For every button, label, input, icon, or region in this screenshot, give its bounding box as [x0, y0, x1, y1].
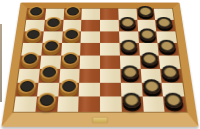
dark-piece-top-inlay	[142, 54, 156, 64]
square-r1c4[interactable]	[100, 20, 119, 31]
square-r5c5[interactable]	[120, 69, 141, 83]
square-r7c5[interactable]	[121, 97, 143, 112]
square-r6c2[interactable]	[58, 82, 80, 96]
square-r2c2[interactable]	[62, 31, 82, 43]
checker-light-piece[interactable]	[24, 28, 42, 40]
checker-light-piece[interactable]	[61, 52, 79, 65]
board-grid	[14, 9, 187, 112]
square-r2c6[interactable]	[138, 31, 158, 43]
light-piece-top-inlay	[23, 54, 37, 64]
checker-dark-piece[interactable]	[140, 52, 158, 65]
square-r6c6[interactable]	[141, 82, 163, 96]
square-r7c6[interactable]	[142, 97, 165, 112]
square-r4c6[interactable]	[139, 56, 160, 69]
square-r5c3[interactable]	[79, 69, 100, 83]
checker-light-piece[interactable]	[45, 17, 62, 29]
dark-piece-top-inlay	[144, 81, 159, 92]
light-piece-top-inlay	[47, 18, 60, 27]
light-piece-top-inlay	[65, 30, 78, 39]
light-piece-top-inlay	[39, 95, 54, 106]
square-r3c3[interactable]	[80, 43, 100, 56]
square-r7c2[interactable]	[57, 97, 79, 112]
brass-latch-icon	[93, 118, 107, 123]
square-r7c3[interactable]	[78, 97, 100, 112]
checker-light-piece[interactable]	[21, 52, 40, 65]
dark-piece-top-inlay	[121, 18, 134, 27]
dark-piece-top-inlay	[139, 7, 152, 15]
checker-dark-piece[interactable]	[119, 17, 136, 29]
square-r4c2[interactable]	[60, 56, 81, 69]
dark-piece-top-inlay	[122, 41, 135, 50]
square-r3c4[interactable]	[100, 43, 120, 56]
light-piece-top-inlay	[61, 81, 75, 92]
photo-backdrop	[0, 0, 200, 129]
square-r0c0[interactable]	[26, 9, 46, 20]
dark-piece-top-inlay	[123, 67, 137, 77]
checker-light-piece[interactable]	[59, 79, 78, 93]
square-r2c3[interactable]	[81, 31, 100, 43]
checker-light-piece[interactable]	[37, 93, 57, 108]
square-r1c3[interactable]	[81, 20, 100, 31]
square-r7c4[interactable]	[100, 97, 122, 112]
square-r2c4[interactable]	[100, 31, 119, 43]
dark-piece-top-inlay	[160, 41, 174, 50]
light-piece-top-inlay	[27, 30, 41, 39]
light-piece-top-inlay	[44, 41, 58, 50]
square-r0c6[interactable]	[136, 9, 155, 20]
checker-light-piece[interactable]	[17, 79, 37, 93]
square-r5c1[interactable]	[38, 69, 60, 83]
square-r6c3[interactable]	[79, 82, 100, 96]
square-r1c7[interactable]	[155, 20, 175, 31]
checker-dark-piece[interactable]	[158, 40, 176, 53]
dark-piece-top-inlay	[166, 95, 181, 106]
square-r1c1[interactable]	[44, 20, 64, 31]
square-r7c1[interactable]	[35, 97, 58, 112]
checker-light-piece[interactable]	[28, 6, 45, 17]
square-r6c4[interactable]	[100, 82, 121, 96]
checker-dark-piece[interactable]	[122, 93, 141, 108]
square-r5c7[interactable]	[160, 69, 182, 83]
square-r3c1[interactable]	[41, 43, 62, 56]
checker-dark-piece[interactable]	[121, 65, 139, 79]
square-r0c3[interactable]	[82, 9, 100, 20]
square-r3c5[interactable]	[119, 43, 139, 56]
checker-light-piece[interactable]	[64, 6, 80, 17]
square-r2c0[interactable]	[23, 31, 43, 43]
checker-dark-piece[interactable]	[142, 79, 161, 93]
checker-dark-piece[interactable]	[138, 28, 155, 40]
square-r7c7[interactable]	[163, 97, 186, 112]
square-r4c4[interactable]	[100, 56, 120, 69]
square-r0c4[interactable]	[100, 9, 118, 20]
checker-light-piece[interactable]	[63, 28, 80, 40]
box-side-edge	[0, 24, 2, 102]
square-r5c4[interactable]	[100, 69, 121, 83]
checker-dark-piece[interactable]	[137, 6, 154, 17]
square-r7c0[interactable]	[14, 97, 37, 112]
checkers-board	[1, 3, 198, 127]
square-r4c3[interactable]	[80, 56, 100, 69]
checker-light-piece[interactable]	[40, 65, 59, 79]
dark-piece-top-inlay	[140, 30, 153, 39]
square-r0c2[interactable]	[63, 9, 82, 20]
light-piece-top-inlay	[20, 81, 35, 92]
light-piece-top-inlay	[63, 54, 77, 64]
dark-piece-top-inlay	[158, 18, 171, 27]
checker-dark-piece[interactable]	[120, 40, 137, 53]
light-piece-top-inlay	[42, 67, 56, 77]
square-r4c0[interactable]	[20, 56, 41, 69]
light-piece-top-inlay	[66, 7, 78, 15]
square-r3c7[interactable]	[158, 43, 179, 56]
square-r1c5[interactable]	[118, 20, 137, 31]
dark-piece-top-inlay	[124, 95, 139, 106]
dark-piece-top-inlay	[163, 67, 178, 77]
checker-light-piece[interactable]	[42, 40, 60, 53]
light-piece-top-inlay	[30, 7, 43, 15]
square-r6c0[interactable]	[16, 82, 39, 96]
